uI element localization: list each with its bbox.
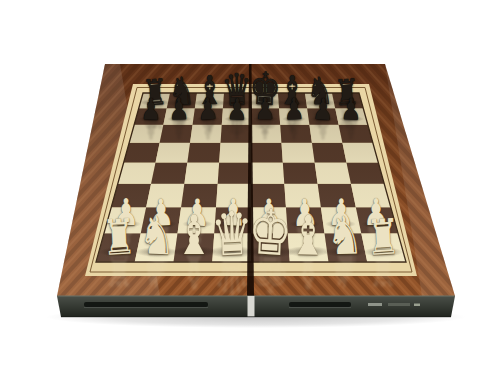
- piece-black-pawn-g7[interactable]: ♟: [312, 95, 334, 126]
- handle-groove-right-highlight: [289, 307, 351, 308]
- piece-black-pawn-a7[interactable]: ♟: [140, 95, 161, 125]
- piece-white-knight-g1[interactable]: ♞: [327, 209, 364, 262]
- piece-white-knight-b1[interactable]: ♞: [138, 209, 176, 263]
- handle-groove-right: [289, 302, 351, 307]
- fold-gap: [248, 296, 255, 317]
- chess-set-photo: ♜♜♞♞♝♝♛♛♚♚♝♝♞♞♜♜♟♟♟♟♟♟♟♟♟♟♟♟♟♟♟♟♟♟♟♟♟♟♟♟…: [0, 0, 500, 370]
- latch-pin: [414, 304, 420, 307]
- piece-white-bishop-c1[interactable]: ♝: [175, 208, 213, 263]
- piece-white-rook-h1[interactable]: ♜: [365, 212, 401, 263]
- piece-black-pawn-d7[interactable]: ♟: [226, 95, 247, 125]
- piece-black-pawn-e7[interactable]: ♟: [255, 95, 276, 125]
- piece-black-pawn-f7[interactable]: ♟: [283, 95, 304, 125]
- piece-white-rook-a1[interactable]: ♜: [101, 212, 137, 263]
- handle-groove-left-highlight: [84, 307, 208, 308]
- piece-black-pawn-c7[interactable]: ♟: [197, 95, 219, 126]
- latch-slot: [388, 303, 410, 306]
- piece-black-pawn-b7[interactable]: ♟: [169, 95, 190, 125]
- piece-white-bishop-f1[interactable]: ♝: [288, 208, 327, 263]
- latch-detail: [368, 303, 382, 306]
- handle-groove-left: [84, 302, 208, 307]
- chessboard: [0, 0, 500, 370]
- piece-black-pawn-h7[interactable]: ♟: [341, 95, 362, 125]
- piece-white-king-e1[interactable]: ♚: [247, 201, 293, 266]
